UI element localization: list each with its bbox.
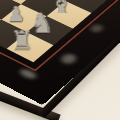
photo-scene: ♜♞♝♛♚♝♞♜♟♟♟♟♟♟♟♟♟♟♟♟♟♟♟♟♜♞♝♛♚♝♞♜ bbox=[0, 0, 120, 120]
chess-piece-white-pawn: ♟ bbox=[7, 4, 25, 25]
chess-piece-white-pawn: ♟ bbox=[0, 20, 5, 41]
chess-piece-white-rook: ♜ bbox=[10, 28, 33, 54]
